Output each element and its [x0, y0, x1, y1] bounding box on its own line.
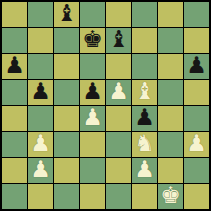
- black-pawn[interactable]: ♟: [30, 80, 51, 104]
- square-e1[interactable]: [106, 184, 131, 209]
- chess-board: ♝♚♝♟♟♟♟♟♝♟♟♟♞♟♟♟♚: [0, 0, 211, 211]
- white-king[interactable]: ♚: [160, 184, 181, 208]
- square-g6[interactable]: [158, 54, 183, 79]
- square-c2[interactable]: [54, 158, 79, 183]
- square-b2[interactable]: ♟: [28, 158, 53, 183]
- square-d7[interactable]: ♚: [80, 28, 105, 53]
- square-g2[interactable]: [158, 158, 183, 183]
- white-pawn[interactable]: ♟: [82, 106, 103, 130]
- square-f5[interactable]: ♝: [132, 80, 157, 105]
- square-f4[interactable]: ♟: [132, 106, 157, 131]
- square-g7[interactable]: [158, 28, 183, 53]
- square-h4[interactable]: [184, 106, 209, 131]
- square-h2[interactable]: [184, 158, 209, 183]
- square-f1[interactable]: [132, 184, 157, 209]
- square-e6[interactable]: [106, 54, 131, 79]
- square-d4[interactable]: ♟: [80, 106, 105, 131]
- square-a4[interactable]: [2, 106, 27, 131]
- black-king[interactable]: ♚: [82, 28, 103, 52]
- square-b7[interactable]: [28, 28, 53, 53]
- square-a1[interactable]: [2, 184, 27, 209]
- square-f8[interactable]: [132, 2, 157, 27]
- white-bishop[interactable]: ♝: [134, 80, 155, 104]
- square-e7[interactable]: ♝: [106, 28, 131, 53]
- square-c3[interactable]: [54, 132, 79, 157]
- white-pawn[interactable]: ♟: [30, 132, 51, 156]
- square-g8[interactable]: [158, 2, 183, 27]
- black-pawn[interactable]: ♟: [82, 80, 103, 104]
- square-d6[interactable]: [80, 54, 105, 79]
- square-d1[interactable]: [80, 184, 105, 209]
- square-g1[interactable]: ♚: [158, 184, 183, 209]
- square-e4[interactable]: [106, 106, 131, 131]
- square-g5[interactable]: [158, 80, 183, 105]
- square-a2[interactable]: [2, 158, 27, 183]
- square-h1[interactable]: [184, 184, 209, 209]
- black-pawn[interactable]: ♟: [134, 106, 155, 130]
- chess-board-wrap: ♝♚♝♟♟♟♟♟♝♟♟♟♞♟♟♟♚: [0, 0, 211, 211]
- square-b1[interactable]: [28, 184, 53, 209]
- white-pawn[interactable]: ♟: [186, 132, 207, 156]
- square-h8[interactable]: [184, 2, 209, 27]
- square-f7[interactable]: [132, 28, 157, 53]
- square-g3[interactable]: [158, 132, 183, 157]
- square-c7[interactable]: [54, 28, 79, 53]
- square-f3[interactable]: ♞: [132, 132, 157, 157]
- square-b3[interactable]: ♟: [28, 132, 53, 157]
- square-d5[interactable]: ♟: [80, 80, 105, 105]
- square-a7[interactable]: [2, 28, 27, 53]
- square-a3[interactable]: [2, 132, 27, 157]
- square-d3[interactable]: [80, 132, 105, 157]
- square-c4[interactable]: [54, 106, 79, 131]
- white-pawn[interactable]: ♟: [30, 158, 51, 182]
- square-b4[interactable]: [28, 106, 53, 131]
- square-b6[interactable]: [28, 54, 53, 79]
- white-knight[interactable]: ♞: [134, 132, 155, 156]
- square-e8[interactable]: [106, 2, 131, 27]
- black-bishop[interactable]: ♝: [108, 28, 129, 52]
- square-h5[interactable]: [184, 80, 209, 105]
- square-a5[interactable]: [2, 80, 27, 105]
- square-c5[interactable]: [54, 80, 79, 105]
- square-h7[interactable]: [184, 28, 209, 53]
- square-b8[interactable]: [28, 2, 53, 27]
- square-c1[interactable]: [54, 184, 79, 209]
- square-e2[interactable]: [106, 158, 131, 183]
- square-c6[interactable]: [54, 54, 79, 79]
- white-pawn[interactable]: ♟: [108, 80, 129, 104]
- square-d2[interactable]: [80, 158, 105, 183]
- square-f6[interactable]: [132, 54, 157, 79]
- square-e5[interactable]: ♟: [106, 80, 131, 105]
- square-h6[interactable]: ♟: [184, 54, 209, 79]
- square-a6[interactable]: ♟: [2, 54, 27, 79]
- black-pawn[interactable]: ♟: [186, 54, 207, 78]
- square-h3[interactable]: ♟: [184, 132, 209, 157]
- square-a8[interactable]: [2, 2, 27, 27]
- square-c8[interactable]: ♝: [54, 2, 79, 27]
- square-g4[interactable]: [158, 106, 183, 131]
- square-e3[interactable]: [106, 132, 131, 157]
- square-f2[interactable]: ♟: [132, 158, 157, 183]
- black-pawn[interactable]: ♟: [4, 54, 25, 78]
- white-pawn[interactable]: ♟: [134, 158, 155, 182]
- black-bishop[interactable]: ♝: [56, 2, 77, 26]
- square-d8[interactable]: [80, 2, 105, 27]
- square-b5[interactable]: ♟: [28, 80, 53, 105]
